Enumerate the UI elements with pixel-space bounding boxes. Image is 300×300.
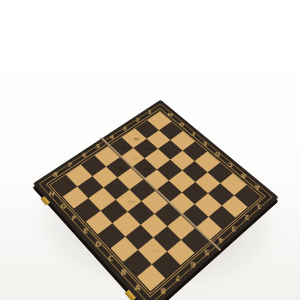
- coordinate-label: H: [167, 111, 172, 116]
- coordinate-label: B: [121, 270, 128, 278]
- coordinate-label: 6: [81, 153, 87, 159]
- coordinate-label: D: [215, 151, 221, 157]
- coordinate-label: C: [228, 161, 233, 167]
- perspective-wrapper: HGFEDCBA HGFEDCBA 12345678 12345678 ♟♞♚♝…: [0, 0, 300, 300]
- scene: HGFEDCBA HGFEDCBA 12345678 12345678 ♟♞♚♝…: [0, 0, 300, 300]
- coordinate-label: F: [191, 131, 195, 136]
- product-photo: HGFEDCBA HGFEDCBA 12345678 12345678 ♟♞♚♝…: [0, 0, 300, 300]
- coordinate-label: 2: [135, 118, 140, 123]
- chess-board[interactable]: HGFEDCBA HGFEDCBA 12345678 12345678 ♟♞♚♝…: [33, 100, 279, 300]
- coordinate-label: 5: [95, 144, 100, 149]
- king-icon: ♚: [138, 219, 169, 253]
- coordinate-label: 1: [148, 110, 153, 115]
- coordinate-label: 8: [52, 172, 58, 178]
- coordinate-label: 3: [122, 127, 127, 132]
- coordinate-label: E: [203, 140, 208, 145]
- bishop-icon: ♝: [135, 150, 153, 170]
- coordinate-label: G: [179, 121, 184, 126]
